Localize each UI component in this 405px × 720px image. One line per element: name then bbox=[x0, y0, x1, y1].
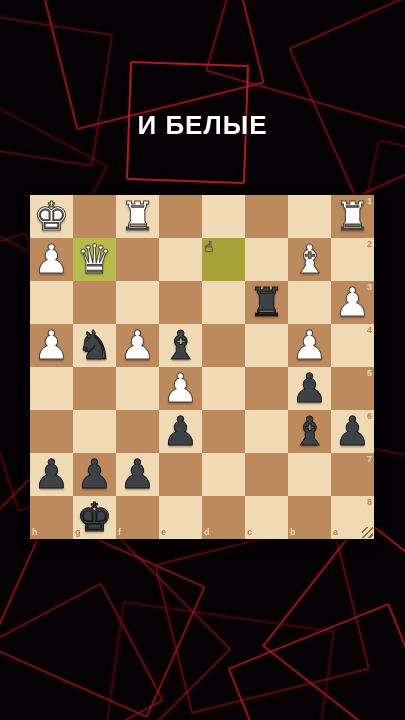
square-h7[interactable]: ♟ bbox=[30, 453, 73, 496]
square-b2[interactable]: ♝ bbox=[288, 238, 331, 281]
square-f2[interactable] bbox=[116, 238, 159, 281]
square-b5[interactable]: ♟ bbox=[288, 367, 331, 410]
black-pawn[interactable]: ♟ bbox=[159, 410, 202, 453]
square-g4[interactable]: ♞ bbox=[73, 324, 116, 367]
chess-board: ♚♜♜1♟♛☝♝2♜♟3♟♞♟♝♟4♟♟5♟♝♟6♟♟♟7h♚gfedcba8 bbox=[30, 195, 374, 539]
square-e4[interactable]: ♝ bbox=[159, 324, 202, 367]
square-e1[interactable] bbox=[159, 195, 202, 238]
square-a4[interactable]: 4 bbox=[331, 324, 374, 367]
square-g6[interactable] bbox=[73, 410, 116, 453]
black-bishop[interactable]: ♝ bbox=[288, 410, 331, 453]
white-pawn[interactable]: ♟ bbox=[288, 324, 331, 367]
square-h3[interactable] bbox=[30, 281, 73, 324]
white-pawn[interactable]: ♟ bbox=[30, 324, 73, 367]
white-queen[interactable]: ♛ bbox=[73, 238, 116, 281]
file-label-a: a bbox=[333, 528, 338, 537]
square-c4[interactable] bbox=[245, 324, 288, 367]
board-resize-handle[interactable] bbox=[362, 527, 373, 538]
square-a3[interactable]: ♟3 bbox=[331, 281, 374, 324]
square-c8[interactable]: c bbox=[245, 496, 288, 539]
white-rook[interactable]: ♜ bbox=[116, 195, 159, 238]
file-label-e: e bbox=[161, 528, 166, 537]
square-f4[interactable]: ♟ bbox=[116, 324, 159, 367]
video-frame: И БЕЛЫЕ ♚♜♜1♟♛☝♝2♜♟3♟♞♟♝♟4♟♟5♟♝♟6♟♟♟7h♚g… bbox=[0, 0, 405, 720]
square-g3[interactable] bbox=[73, 281, 116, 324]
square-c7[interactable] bbox=[245, 453, 288, 496]
square-d7[interactable] bbox=[202, 453, 245, 496]
square-f5[interactable] bbox=[116, 367, 159, 410]
square-b7[interactable] bbox=[288, 453, 331, 496]
white-pawn[interactable]: ♟ bbox=[331, 281, 374, 324]
rank-label-1: 1 bbox=[367, 197, 372, 206]
file-label-f: f bbox=[118, 528, 121, 537]
black-king[interactable]: ♚ bbox=[73, 496, 116, 539]
black-pawn[interactable]: ♟ bbox=[116, 453, 159, 496]
caption-text: И БЕЛЫЕ bbox=[0, 110, 405, 141]
rank-label-6: 6 bbox=[367, 412, 372, 421]
square-f6[interactable] bbox=[116, 410, 159, 453]
square-g7[interactable]: ♟ bbox=[73, 453, 116, 496]
square-d2[interactable]: ☝ bbox=[202, 238, 245, 281]
square-a6[interactable]: ♟6 bbox=[331, 410, 374, 453]
square-e3[interactable] bbox=[159, 281, 202, 324]
square-h5[interactable] bbox=[30, 367, 73, 410]
square-c1[interactable] bbox=[245, 195, 288, 238]
square-f3[interactable] bbox=[116, 281, 159, 324]
square-a2[interactable]: 2 bbox=[331, 238, 374, 281]
rank-label-7: 7 bbox=[367, 455, 372, 464]
black-pawn[interactable]: ♟ bbox=[30, 453, 73, 496]
square-g5[interactable] bbox=[73, 367, 116, 410]
white-pawn[interactable]: ♟ bbox=[30, 238, 73, 281]
file-label-b: b bbox=[290, 528, 296, 537]
square-a7[interactable]: 7 bbox=[331, 453, 374, 496]
hand-cursor-icon: ☝ bbox=[203, 238, 214, 255]
file-label-d: d bbox=[204, 528, 210, 537]
square-d1[interactable] bbox=[202, 195, 245, 238]
square-e6[interactable]: ♟ bbox=[159, 410, 202, 453]
square-d5[interactable] bbox=[202, 367, 245, 410]
square-a1[interactable]: ♜1 bbox=[331, 195, 374, 238]
square-h4[interactable]: ♟ bbox=[30, 324, 73, 367]
file-label-c: c bbox=[247, 528, 252, 537]
black-rook[interactable]: ♜ bbox=[245, 281, 288, 324]
white-rook[interactable]: ♜ bbox=[331, 195, 374, 238]
square-e8[interactable]: e bbox=[159, 496, 202, 539]
square-b1[interactable] bbox=[288, 195, 331, 238]
square-d6[interactable] bbox=[202, 410, 245, 453]
rank-label-5: 5 bbox=[367, 369, 372, 378]
black-pawn[interactable]: ♟ bbox=[73, 453, 116, 496]
black-pawn[interactable]: ♟ bbox=[331, 410, 374, 453]
square-h1[interactable]: ♚ bbox=[30, 195, 73, 238]
white-king[interactable]: ♚ bbox=[30, 195, 73, 238]
square-c5[interactable] bbox=[245, 367, 288, 410]
file-label-g: g bbox=[75, 528, 81, 537]
square-h2[interactable]: ♟ bbox=[30, 238, 73, 281]
square-h6[interactable] bbox=[30, 410, 73, 453]
square-f7[interactable]: ♟ bbox=[116, 453, 159, 496]
black-knight[interactable]: ♞ bbox=[73, 324, 116, 367]
rank-label-3: 3 bbox=[367, 283, 372, 292]
square-b8[interactable]: b bbox=[288, 496, 331, 539]
square-c6[interactable] bbox=[245, 410, 288, 453]
square-d3[interactable] bbox=[202, 281, 245, 324]
square-c3[interactable]: ♜ bbox=[245, 281, 288, 324]
square-d8[interactable]: d bbox=[202, 496, 245, 539]
square-g1[interactable] bbox=[73, 195, 116, 238]
square-f8[interactable]: f bbox=[116, 496, 159, 539]
square-h8[interactable]: h bbox=[30, 496, 73, 539]
square-e2[interactable] bbox=[159, 238, 202, 281]
square-f1[interactable]: ♜ bbox=[116, 195, 159, 238]
square-a5[interactable]: 5 bbox=[331, 367, 374, 410]
square-b4[interactable]: ♟ bbox=[288, 324, 331, 367]
rank-label-2: 2 bbox=[367, 240, 372, 249]
file-label-h: h bbox=[32, 528, 38, 537]
square-e5[interactable]: ♟ bbox=[159, 367, 202, 410]
square-b6[interactable]: ♝ bbox=[288, 410, 331, 453]
square-d4[interactable] bbox=[202, 324, 245, 367]
square-g2[interactable]: ♛ bbox=[73, 238, 116, 281]
square-c2[interactable] bbox=[245, 238, 288, 281]
square-e7[interactable] bbox=[159, 453, 202, 496]
square-b3[interactable] bbox=[288, 281, 331, 324]
white-bishop[interactable]: ♝ bbox=[288, 238, 331, 281]
rank-label-4: 4 bbox=[367, 326, 372, 335]
black-bishop[interactable]: ♝ bbox=[159, 324, 202, 367]
square-a8[interactable]: a8 bbox=[331, 496, 374, 539]
black-pawn[interactable]: ♟ bbox=[288, 367, 331, 410]
square-g8[interactable]: ♚g bbox=[73, 496, 116, 539]
rank-label-8: 8 bbox=[367, 498, 372, 507]
white-pawn[interactable]: ♟ bbox=[116, 324, 159, 367]
white-pawn[interactable]: ♟ bbox=[159, 367, 202, 410]
